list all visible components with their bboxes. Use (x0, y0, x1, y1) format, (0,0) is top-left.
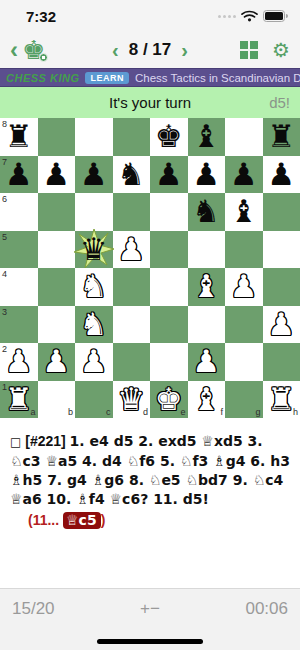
square-d1[interactable]: d♛ (113, 381, 151, 419)
timer: 00:06 (245, 599, 288, 619)
file-label-a: a (30, 407, 35, 417)
piece-black-bishop-f8[interactable]: ♝ (192, 118, 220, 155)
battery-icon (263, 10, 288, 22)
piece-black-pawn-a7[interactable]: ♟ (5, 156, 33, 193)
square-b2[interactable]: ♟ (38, 343, 76, 381)
file-label-g: g (255, 407, 260, 417)
square-a3[interactable]: 3 (0, 306, 38, 344)
move-notation: □ [#221] 1. e4 d5 2. exd5 ♕xd5 3. ♘c3 ♕a… (0, 418, 300, 509)
square-b8[interactable] (38, 118, 76, 156)
square-d7[interactable]: ♞ (113, 156, 151, 194)
square-g4[interactable]: ♟ (225, 268, 263, 306)
square-b7[interactable]: ♟ (38, 156, 76, 194)
app-window: 7:32 ‹ ♚ ‹ 8 / 17 › ⚙ (0, 0, 300, 650)
move-hint: d5! (269, 94, 290, 111)
square-f1[interactable]: f♝ (188, 381, 226, 419)
square-a2[interactable]: 2♟ (0, 343, 38, 381)
square-g1[interactable]: g (225, 381, 263, 419)
square-h1[interactable]: h♜ (263, 381, 301, 419)
file-label-c: c (106, 407, 111, 417)
square-c3[interactable]: ♞ (75, 306, 113, 344)
variation-suffix: ) (101, 512, 106, 528)
piece-white-bishop-f4[interactable]: ♝ (192, 268, 220, 305)
cell-signal-icon (218, 15, 236, 18)
settings-gear-icon[interactable]: ⚙ (272, 40, 290, 60)
piece-white-rook-a1[interactable]: ♜ (5, 381, 33, 418)
square-e4[interactable] (150, 268, 188, 306)
square-b6[interactable] (38, 193, 76, 231)
piece-white-king-e1[interactable]: ♚ (155, 381, 183, 418)
square-b5[interactable] (38, 231, 76, 269)
square-h2[interactable] (263, 343, 301, 381)
score-counter: 15/20 (12, 599, 55, 619)
rank-label-7: 7 (2, 157, 7, 167)
nav-bar: ‹ ♚ ‹ 8 / 17 › ⚙ (0, 32, 300, 68)
square-d3[interactable] (113, 306, 151, 344)
clock-time: 7:32 (12, 8, 56, 25)
rank-label-1: 1 (2, 382, 7, 392)
learn-badge: LEARN (85, 72, 129, 84)
piece-black-knight-f6[interactable]: ♞ (192, 193, 220, 230)
piece-white-pawn-d5[interactable]: ♟ (117, 231, 145, 268)
square-h3[interactable]: ♟ (263, 306, 301, 344)
piece-black-pawn-c7[interactable]: ♟ (80, 156, 108, 193)
square-e7[interactable]: ♟ (150, 156, 188, 194)
square-g5[interactable] (225, 231, 263, 269)
next-puzzle-button[interactable]: › (181, 40, 188, 60)
white-to-move-icon: □ (10, 435, 21, 449)
piece-white-pawn-b2[interactable]: ♟ (42, 343, 70, 380)
square-g6[interactable]: ♝ (225, 193, 263, 231)
square-h6[interactable] (263, 193, 301, 231)
piece-white-pawn-g4[interactable]: ♟ (230, 268, 258, 305)
piece-black-bishop-g6[interactable]: ♝ (230, 193, 258, 230)
square-f4[interactable]: ♝ (188, 268, 226, 306)
square-c5[interactable]: ♛ (75, 231, 113, 269)
rank-label-3: 3 (2, 307, 7, 317)
piece-white-queen-d1[interactable]: ♛ (117, 381, 145, 418)
square-f5[interactable] (188, 231, 226, 269)
wifi-icon (241, 10, 258, 22)
square-g8[interactable] (225, 118, 263, 156)
piece-white-knight-c3[interactable]: ♞ (80, 306, 108, 343)
square-c4[interactable]: ♞ (75, 268, 113, 306)
variation-move-badge[interactable]: ♕c5 (63, 512, 101, 529)
square-a5[interactable]: 5 (0, 231, 38, 269)
square-a6[interactable]: 6 (0, 193, 38, 231)
square-a4[interactable]: 4 (0, 268, 38, 306)
puzzle-list-button[interactable] (240, 41, 258, 59)
square-h4[interactable] (263, 268, 301, 306)
file-label-e: e (180, 407, 185, 417)
course-title: Chess Tactics in Scandinavian Defense (135, 72, 300, 84)
square-f2[interactable]: ♟ (188, 343, 226, 381)
square-f8[interactable]: ♝ (188, 118, 226, 156)
status-icons (218, 10, 288, 22)
piece-black-rook-h8[interactable]: ♜ (267, 118, 295, 155)
piece-white-pawn-f2[interactable]: ♟ (192, 343, 220, 380)
square-g3[interactable] (225, 306, 263, 344)
piece-black-pawn-b7[interactable]: ♟ (42, 156, 70, 193)
file-label-h: h (293, 407, 298, 417)
square-c7[interactable]: ♟ (75, 156, 113, 194)
square-g2[interactable] (225, 343, 263, 381)
rank-label-4: 4 (2, 269, 7, 279)
square-e8[interactable]: ♚ (150, 118, 188, 156)
rank-label-6: 6 (2, 194, 7, 204)
piece-white-bishop-f1[interactable]: ♝ (192, 381, 220, 418)
square-f6[interactable]: ♞ (188, 193, 226, 231)
turn-bar: It's your turn d5! (0, 87, 300, 118)
piece-black-rook-a8[interactable]: ♜ (5, 118, 33, 155)
piece-black-king-e8[interactable]: ♚ (155, 118, 183, 155)
square-c2[interactable]: ♟ (75, 343, 113, 381)
piece-white-pawn-a2[interactable]: ♟ (5, 343, 33, 380)
course-banner[interactable]: CHESS KING LEARN Chess Tactics in Scandi… (0, 68, 300, 87)
chess-king-logo-icon[interactable]: ♚ (22, 37, 45, 63)
piece-black-pawn-h7[interactable]: ♟ (267, 156, 295, 193)
square-b1[interactable]: b (38, 381, 76, 419)
variation-line: (11... ♕c5) (0, 509, 300, 529)
turn-message: It's your turn (109, 94, 191, 111)
square-c8[interactable] (75, 118, 113, 156)
piece-black-queen-c5[interactable]: ♛ (80, 231, 108, 268)
puzzle-counter: 8 / 17 (129, 40, 172, 60)
variation-prefix: (11... (28, 512, 59, 528)
rank-label-5: 5 (2, 232, 7, 242)
file-label-f: f (220, 407, 223, 417)
square-e6[interactable] (150, 193, 188, 231)
adjust-button[interactable]: +− (140, 599, 160, 619)
square-d5[interactable]: ♟ (113, 231, 151, 269)
piece-white-knight-c4[interactable]: ♞ (80, 268, 108, 305)
brand-label: CHESS KING (6, 72, 79, 84)
puzzle-id: [#221] (25, 433, 65, 449)
square-e5[interactable] (150, 231, 188, 269)
piece-black-knight-d7[interactable]: ♞ (117, 156, 145, 193)
status-bar: 7:32 (0, 0, 300, 32)
square-f3[interactable] (188, 306, 226, 344)
chess-board: 8♜♚♝♜7♟♟♟♞♟♟♟♟6♞♝5♛♟4♞♝♟3♞♟2♟♟♟♟1a♜bcd♛e… (0, 118, 300, 418)
square-h5[interactable] (263, 231, 301, 269)
file-label-b: b (68, 407, 73, 417)
piece-white-pawn-h3[interactable]: ♟ (267, 306, 295, 343)
file-label-d: d (143, 407, 148, 417)
square-b3[interactable] (38, 306, 76, 344)
piece-white-pawn-c2[interactable]: ♟ (80, 343, 108, 380)
home-indicator[interactable] (97, 639, 203, 644)
square-h8[interactable]: ♜ (263, 118, 301, 156)
square-a1[interactable]: 1a♜ (0, 381, 38, 419)
piece-black-pawn-f7[interactable]: ♟ (192, 156, 220, 193)
square-d8[interactable] (113, 118, 151, 156)
square-e3[interactable] (150, 306, 188, 344)
square-d6[interactable] (113, 193, 151, 231)
square-a8[interactable]: 8♜ (0, 118, 38, 156)
square-e1[interactable]: e♚ (150, 381, 188, 419)
square-d4[interactable] (113, 268, 151, 306)
rank-label-2: 2 (2, 344, 7, 354)
square-a7[interactable]: 7♟ (0, 156, 38, 194)
piece-black-pawn-g7[interactable]: ♟ (230, 156, 258, 193)
square-c1[interactable]: c (75, 381, 113, 419)
square-f7[interactable]: ♟ (188, 156, 226, 194)
prev-puzzle-button[interactable]: ‹ (112, 40, 119, 60)
square-h7[interactable]: ♟ (263, 156, 301, 194)
square-b4[interactable] (38, 268, 76, 306)
square-c6[interactable] (75, 193, 113, 231)
rank-label-8: 8 (2, 119, 7, 129)
square-e2[interactable] (150, 343, 188, 381)
piece-white-rook-h1[interactable]: ♜ (267, 381, 295, 418)
back-button[interactable]: ‹ (10, 38, 18, 62)
piece-black-pawn-e7[interactable]: ♟ (155, 156, 183, 193)
square-d2[interactable] (113, 343, 151, 381)
square-g7[interactable]: ♟ (225, 156, 263, 194)
bottom-toolbar: 15/20 +− 00:06 (0, 588, 300, 650)
